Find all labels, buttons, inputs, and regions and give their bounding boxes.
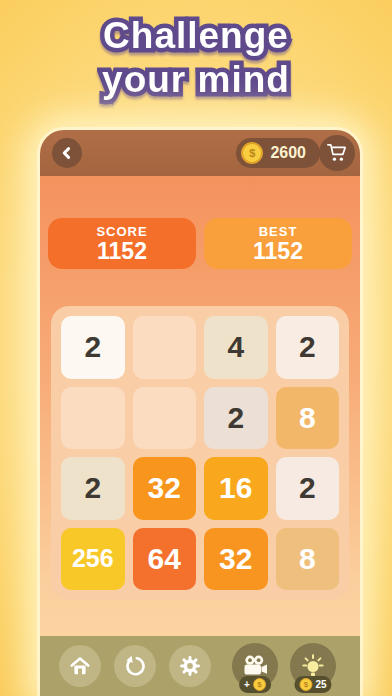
best-value: 1152 — [253, 239, 303, 264]
score-label: SCORE — [96, 224, 147, 239]
tile-8: 8 — [276, 528, 340, 591]
coin-icon: $ — [253, 678, 266, 691]
board-grid[interactable]: 2422823216225664328 — [51, 306, 349, 600]
home-icon — [68, 654, 92, 678]
cart-icon — [326, 143, 348, 163]
watch-ad-button[interactable]: + $ — [232, 643, 278, 689]
undo-icon — [123, 654, 147, 678]
title-line-1-fill: Challenge — [0, 14, 392, 58]
tile-2: 2 — [204, 387, 268, 450]
undo-button[interactable] — [114, 645, 156, 687]
shop-button[interactable] — [319, 135, 355, 171]
chevron-left-icon — [59, 145, 75, 161]
title-line-2: your mind your mind — [0, 58, 392, 102]
tile-2: 2 — [276, 457, 340, 520]
empty-cell — [61, 387, 125, 450]
title-line-2-fill: your mind — [0, 58, 392, 102]
title-line-1: Challenge Challenge — [0, 14, 392, 58]
tile-32: 32 — [204, 528, 268, 591]
tile-16: 16 — [204, 457, 268, 520]
best-label: BEST — [259, 224, 298, 239]
watch-ad-reward-badge: + $ — [239, 676, 271, 693]
settings-button[interactable] — [169, 645, 211, 687]
tile-64: 64 — [133, 528, 197, 591]
coin-icon: $ — [299, 678, 312, 691]
bottom-toolbar: + $ — [40, 636, 360, 696]
plus-sign: + — [244, 679, 250, 690]
best-badge: BEST 1152 — [204, 218, 352, 269]
coin-icon: $ — [241, 142, 263, 164]
tile-2: 2 — [61, 316, 125, 379]
back-button[interactable] — [52, 138, 82, 168]
page-title: Challenge Challenge your mind your mind — [0, 14, 392, 102]
game-card: $ 2600 SCORE 1152 BEST 1152 — [40, 130, 360, 696]
tile-256: 256 — [61, 528, 125, 591]
empty-cell — [133, 316, 197, 379]
video-camera-icon — [242, 655, 269, 677]
home-button[interactable] — [59, 645, 101, 687]
card-header: $ 2600 — [40, 130, 360, 176]
score-value: 1152 — [97, 239, 147, 264]
tile-32: 32 — [133, 457, 197, 520]
gear-icon — [178, 654, 202, 678]
tile-4: 4 — [204, 316, 268, 379]
empty-cell — [133, 387, 197, 450]
hint-button[interactable]: $ 25 — [290, 643, 336, 689]
tile-2: 2 — [276, 316, 340, 379]
app-screen: Challenge Challenge your mind your mind … — [0, 0, 392, 696]
card-body: SCORE 1152 BEST 1152 2422823216225664328 — [40, 176, 360, 696]
coin-balance: 2600 — [270, 144, 306, 162]
hint-cost-badge: $ 25 — [294, 676, 331, 693]
score-panel: SCORE 1152 BEST 1152 — [48, 218, 352, 269]
hint-count: 25 — [315, 679, 326, 690]
tile-2: 2 — [61, 457, 125, 520]
coin-balance-pill[interactable]: $ 2600 — [236, 138, 320, 168]
score-badge: SCORE 1152 — [48, 218, 196, 269]
tile-8: 8 — [276, 387, 340, 450]
